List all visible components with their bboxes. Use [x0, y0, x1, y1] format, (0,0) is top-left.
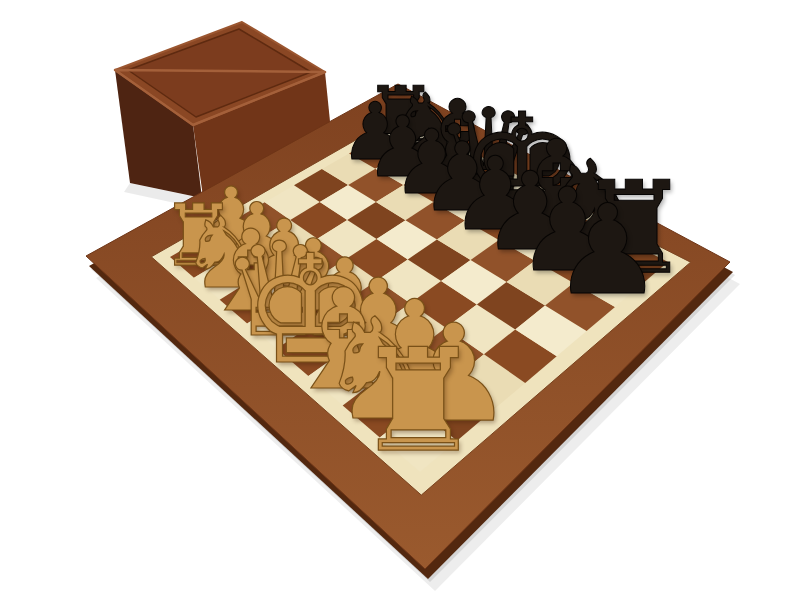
piece-black-pawn-f7: ♟ — [482, 158, 579, 266]
piece-white-pawn-e2: ♟ — [297, 244, 393, 351]
piece-white-knight-g1: ♞ — [317, 300, 443, 440]
piece-white-pawn-g2: ♟ — [359, 285, 470, 409]
piece-black-king-e8: ♚ — [460, 96, 584, 234]
piece-black-pawn-c7: ♟ — [392, 117, 472, 206]
piece-white-rook-h1: ♜ — [354, 330, 481, 472]
piece-white-pawn-c2: ♟ — [242, 208, 325, 301]
piece-black-bishop-c8: ♝ — [410, 88, 505, 194]
piece-black-pawn-b7: ♟ — [365, 105, 440, 189]
piece-black-knight-g8: ♞ — [537, 143, 651, 270]
piece-black-bishop-f8: ♝ — [500, 124, 614, 251]
pieces-layer: ♜♞♝♛♚♝♞♜♟♟♟♟♟♟♟♟♟♟♟♟♟♟♟♟♜♞♝♛♚♝♞♜ — [0, 0, 800, 600]
piece-white-pawn-h2: ♟ — [394, 307, 514, 441]
piece-white-bishop-c1: ♝ — [200, 215, 300, 327]
piece-black-pawn-g7: ♟ — [516, 173, 619, 288]
piece-black-rook-a8: ♜ — [364, 76, 438, 158]
piece-black-pawn-d7: ♟ — [420, 130, 505, 225]
piece-black-knight-b8: ♞ — [387, 82, 470, 175]
piece-white-king-e1: ♚ — [243, 235, 377, 385]
piece-white-rook-a1: ♜ — [160, 193, 236, 278]
piece-black-pawn-a7: ♟ — [340, 94, 411, 173]
piece-black-pawn-e7: ♟ — [450, 144, 541, 245]
piece-white-queen-d1: ♛ — [221, 225, 338, 355]
piece-black-pawn-h7: ♟ — [552, 189, 663, 313]
piece-white-pawn-d2: ♟ — [269, 226, 358, 325]
chess-set-product-photo: ♜♞♝♛♚♝♞♜♟♟♟♟♟♟♟♟♟♟♟♟♟♟♟♟♜♞♝♛♚♝♞♜ — [0, 0, 800, 600]
piece-black-queen-d8: ♛ — [434, 92, 542, 213]
piece-white-pawn-a2: ♟ — [195, 177, 268, 258]
piece-black-rook-h8: ♜ — [577, 165, 691, 292]
piece-white-knight-b1: ♞ — [180, 204, 268, 302]
piece-white-bishop-f1: ♝ — [281, 271, 406, 410]
piece-white-pawn-f2: ♟ — [327, 264, 430, 379]
piece-white-pawn-b2: ♟ — [218, 192, 296, 279]
